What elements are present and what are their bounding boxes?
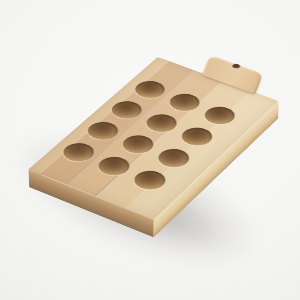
pit-r1c2[interactable]: [176, 124, 218, 148]
pit-r0c2[interactable]: [199, 103, 240, 127]
pit-r3c2[interactable]: [129, 167, 172, 193]
pit-grid: [49, 73, 249, 198]
pit-r2c0[interactable]: [82, 118, 124, 142]
pit-r2c1[interactable]: [117, 132, 159, 157]
photo-backdrop: [0, 0, 300, 300]
pit-r3c1[interactable]: [93, 153, 135, 178]
board-handle: [202, 55, 263, 95]
pit-r0c0[interactable]: [130, 78, 171, 101]
pit-r3c0[interactable]: [58, 140, 100, 165]
pit-r2c2[interactable]: [153, 145, 195, 170]
pit-r0c1[interactable]: [164, 90, 205, 114]
pit-r1c0[interactable]: [106, 98, 147, 122]
pit-r1c1[interactable]: [141, 111, 182, 135]
mancala-board: [29, 66, 278, 229]
